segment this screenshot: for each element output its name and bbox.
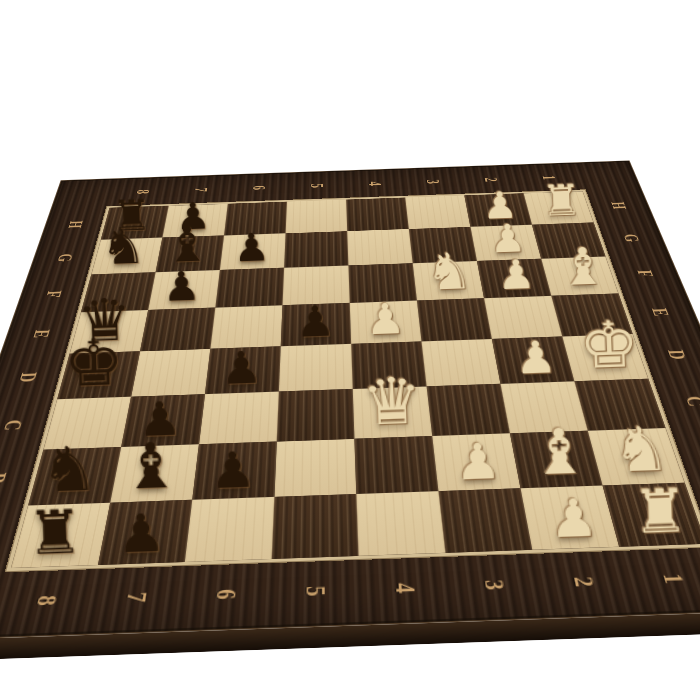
square-c3 (427, 384, 510, 436)
square-f2: ♟ (477, 259, 551, 298)
square-f3: ♞ (413, 261, 484, 301)
square-f7: ♟ (148, 270, 220, 310)
square-f1: ♝ (541, 256, 618, 295)
square-g5 (284, 231, 348, 268)
square-d1: ♚ (562, 334, 648, 381)
coord-label-right-h: H (583, 189, 656, 222)
coord-label-left-f: F (14, 274, 92, 314)
square-b4 (354, 436, 438, 494)
square-d4 (351, 341, 426, 389)
square-g4 (347, 229, 412, 265)
square-d3 (422, 339, 501, 386)
white-pawn-b3: ♟ (454, 436, 502, 487)
square-b2: ♝ (510, 431, 603, 489)
square-d5 (279, 344, 353, 392)
square-b3: ♟ (432, 433, 520, 491)
square-d7 (131, 349, 210, 397)
square-g2: ♟ (470, 225, 541, 261)
square-c7: ♟ (121, 394, 205, 447)
square-h3 (405, 195, 470, 229)
square-c6 (199, 392, 279, 445)
coord-label-top-3: 3 (402, 166, 464, 197)
square-d2: ♟ (492, 337, 574, 384)
coord-label-top-6: 6 (228, 172, 288, 203)
black-pawn-c7: ♟ (137, 395, 182, 443)
black-pawn-b6: ♟ (209, 445, 256, 496)
square-d6: ♟ (205, 346, 281, 394)
square-h5 (286, 200, 348, 234)
square-b6: ♟ (192, 441, 276, 499)
white-pawn-d2: ♟ (514, 335, 557, 381)
square-c8 (43, 397, 131, 450)
square-h1: ♜ (524, 191, 594, 224)
coord-label-right-f: F (606, 254, 686, 293)
coord-label-top-1: 1 (516, 162, 583, 193)
square-a5 (272, 494, 359, 559)
square-h8: ♜ (101, 206, 169, 240)
coord-label-top-7: 7 (169, 174, 232, 205)
black-pawn-d6: ♟ (220, 345, 263, 391)
square-f8 (81, 272, 156, 312)
square-f4 (348, 263, 416, 303)
coord-label-left-h: H (39, 208, 109, 242)
coord-label-top-5: 5 (287, 170, 346, 201)
coord-label-top-8: 8 (110, 176, 175, 207)
white-pawn-a2: ♟ (548, 491, 599, 545)
chess-board: 87654321 87654321 HGFEDCBA HGFEDCBA ♜♟♟♜… (0, 160, 700, 641)
square-b8: ♞ (28, 447, 121, 506)
coord-label-top-2: 2 (459, 164, 524, 195)
board-scene: 87654321 87654321 HGFEDCBA HGFEDCBA ♜♟♟♜… (22, 16, 678, 672)
square-f5 (283, 265, 350, 305)
square-b7: ♝ (110, 444, 199, 502)
square-f6 (215, 268, 284, 308)
coord-label-top-4: 4 (345, 168, 405, 199)
square-c5 (277, 389, 355, 442)
square-b5 (274, 439, 356, 497)
product-photo-page: 87654321 87654321 HGFEDCBA HGFEDCBA ♜♟♟♜… (0, 0, 700, 700)
square-c2 (500, 381, 587, 433)
square-c4: ♛ (353, 386, 432, 438)
square-d8: ♚ (57, 351, 140, 399)
